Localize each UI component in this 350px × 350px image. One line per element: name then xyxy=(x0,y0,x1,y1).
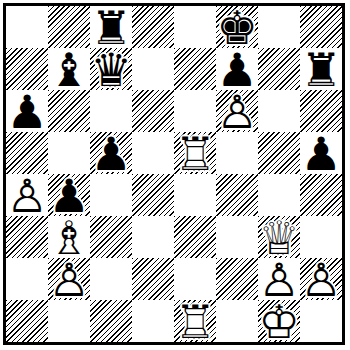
square-c7: ♛♛ xyxy=(90,48,132,90)
piece-glyph: ♔ xyxy=(258,300,300,342)
square-b2: ♟♙ xyxy=(48,258,90,300)
square-d2 xyxy=(132,258,174,300)
piece-glyph: ♙ xyxy=(300,258,342,300)
square-g6 xyxy=(258,90,300,132)
square-a6: ♟♟ xyxy=(6,90,48,132)
white-pawn-g2: ♟♙ xyxy=(258,258,300,300)
square-e8 xyxy=(174,6,216,48)
square-h3 xyxy=(300,216,342,258)
piece-glyph: ♜ xyxy=(300,48,342,90)
square-d8 xyxy=(132,6,174,48)
square-d6 xyxy=(132,90,174,132)
square-g5 xyxy=(258,132,300,174)
black-pawn-a6: ♟♟ xyxy=(6,90,48,132)
square-b3: ♝♗ xyxy=(48,216,90,258)
white-king-g1: ♚♔ xyxy=(258,300,300,342)
square-f4 xyxy=(216,174,258,216)
piece-glyph: ♟ xyxy=(6,90,48,132)
square-c5: ♟♟ xyxy=(90,132,132,174)
square-g2: ♟♙ xyxy=(258,258,300,300)
square-c2 xyxy=(90,258,132,300)
square-c3 xyxy=(90,216,132,258)
piece-glyph: ♟ xyxy=(216,48,258,90)
black-pawn-c5: ♟♟ xyxy=(90,132,132,174)
piece-glyph: ♟ xyxy=(48,174,90,216)
square-d4 xyxy=(132,174,174,216)
square-g7 xyxy=(258,48,300,90)
square-g8 xyxy=(258,6,300,48)
square-d3 xyxy=(132,216,174,258)
square-e3 xyxy=(174,216,216,258)
piece-glyph: ♖ xyxy=(174,132,216,174)
square-c1 xyxy=(90,300,132,342)
square-d7 xyxy=(132,48,174,90)
square-f8: ♚♚ xyxy=(216,6,258,48)
square-f7: ♟♟ xyxy=(216,48,258,90)
piece-glyph: ♛ xyxy=(90,48,132,90)
piece-glyph: ♟ xyxy=(300,132,342,174)
piece-glyph: ♗ xyxy=(48,216,90,258)
piece-glyph: ♜ xyxy=(90,6,132,48)
black-pawn-h5: ♟♟ xyxy=(300,132,342,174)
square-a1 xyxy=(6,300,48,342)
chess-board: ♜♜♚♚♝♝♛♛♟♟♜♜♟♟♟♙♟♟♜♖♟♟♟♙♟♟♝♗♛♕♟♙♟♙♟♙♜♖♚♔ xyxy=(3,3,345,345)
square-h7: ♜♜ xyxy=(300,48,342,90)
square-c8: ♜♜ xyxy=(90,6,132,48)
square-h8 xyxy=(300,6,342,48)
square-d5 xyxy=(132,132,174,174)
piece-glyph: ♙ xyxy=(6,174,48,216)
black-rook-h7: ♜♜ xyxy=(300,48,342,90)
black-pawn-f7: ♟♟ xyxy=(216,48,258,90)
white-queen-g3: ♛♕ xyxy=(258,216,300,258)
square-f6: ♟♙ xyxy=(216,90,258,132)
square-d1 xyxy=(132,300,174,342)
piece-glyph: ♝ xyxy=(48,48,90,90)
square-b4: ♟♟ xyxy=(48,174,90,216)
white-pawn-f6: ♟♙ xyxy=(216,90,258,132)
black-queen-c7: ♛♛ xyxy=(90,48,132,90)
square-e7 xyxy=(174,48,216,90)
square-f2 xyxy=(216,258,258,300)
square-e6 xyxy=(174,90,216,132)
white-pawn-a4: ♟♙ xyxy=(6,174,48,216)
square-b8 xyxy=(48,6,90,48)
square-a7 xyxy=(6,48,48,90)
square-b7: ♝♝ xyxy=(48,48,90,90)
white-pawn-h2: ♟♙ xyxy=(300,258,342,300)
white-pawn-b2: ♟♙ xyxy=(48,258,90,300)
square-a4: ♟♙ xyxy=(6,174,48,216)
square-e5: ♜♖ xyxy=(174,132,216,174)
piece-glyph: ♚ xyxy=(216,6,258,48)
square-h5: ♟♟ xyxy=(300,132,342,174)
piece-glyph: ♕ xyxy=(258,216,300,258)
piece-glyph: ♖ xyxy=(174,300,216,342)
black-pawn-b4: ♟♟ xyxy=(48,174,90,216)
square-g3: ♛♕ xyxy=(258,216,300,258)
piece-glyph: ♟ xyxy=(90,132,132,174)
piece-glyph: ♙ xyxy=(48,258,90,300)
square-f3 xyxy=(216,216,258,258)
piece-glyph: ♙ xyxy=(216,90,258,132)
square-f1 xyxy=(216,300,258,342)
square-g4 xyxy=(258,174,300,216)
black-rook-c8: ♜♜ xyxy=(90,6,132,48)
square-b5 xyxy=(48,132,90,174)
white-bishop-b3: ♝♗ xyxy=(48,216,90,258)
chess-diagram: ♜♜♚♚♝♝♛♛♟♟♜♜♟♟♟♙♟♟♜♖♟♟♟♙♟♟♝♗♛♕♟♙♟♙♟♙♜♖♚♔ xyxy=(0,0,350,350)
white-rook-e5: ♜♖ xyxy=(174,132,216,174)
piece-glyph: ♙ xyxy=(258,258,300,300)
square-a2 xyxy=(6,258,48,300)
white-rook-e1: ♜♖ xyxy=(174,300,216,342)
square-e1: ♜♖ xyxy=(174,300,216,342)
square-a8 xyxy=(6,6,48,48)
black-bishop-b7: ♝♝ xyxy=(48,48,90,90)
square-e2 xyxy=(174,258,216,300)
square-g1: ♚♔ xyxy=(258,300,300,342)
black-king-f8: ♚♚ xyxy=(216,6,258,48)
square-h2: ♟♙ xyxy=(300,258,342,300)
